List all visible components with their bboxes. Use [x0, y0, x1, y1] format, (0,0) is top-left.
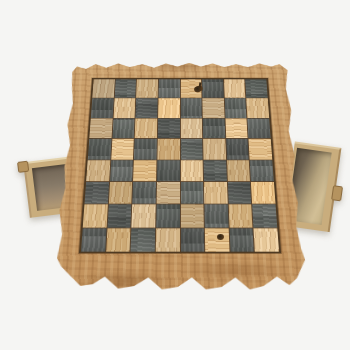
square-g5[interactable]	[226, 139, 249, 159]
square-b3[interactable]	[108, 182, 132, 204]
square-d2[interactable]	[156, 205, 179, 228]
square-h8[interactable]	[246, 79, 268, 98]
square-e2[interactable]	[180, 205, 203, 228]
square-d6[interactable]	[158, 118, 180, 138]
square-d8[interactable]	[158, 79, 179, 98]
square-a5[interactable]	[88, 139, 111, 159]
square-d4[interactable]	[157, 160, 180, 181]
square-c3[interactable]	[132, 182, 155, 204]
square-h6[interactable]	[248, 118, 271, 138]
square-e4[interactable]	[180, 160, 203, 181]
square-b7[interactable]	[113, 99, 135, 118]
square-b5[interactable]	[111, 139, 134, 159]
square-a7[interactable]	[91, 99, 114, 118]
square-e5[interactable]	[180, 139, 202, 159]
wood-knot	[217, 234, 224, 240]
square-b2[interactable]	[107, 205, 131, 228]
square-f1[interactable]	[205, 228, 229, 252]
square-b1[interactable]	[106, 228, 131, 252]
square-b4[interactable]	[110, 160, 133, 181]
chess-board-grid	[79, 78, 281, 253]
square-e7[interactable]	[180, 99, 202, 118]
square-a8[interactable]	[92, 79, 114, 98]
square-a2[interactable]	[83, 205, 108, 228]
square-h2[interactable]	[252, 205, 277, 228]
square-g2[interactable]	[228, 205, 252, 228]
chess-board	[52, 61, 308, 292]
square-d7[interactable]	[158, 99, 180, 118]
square-f6[interactable]	[203, 118, 225, 138]
square-f8[interactable]	[202, 79, 224, 98]
square-h4[interactable]	[250, 160, 274, 181]
square-h7[interactable]	[247, 99, 270, 118]
square-h3[interactable]	[251, 182, 275, 204]
square-g3[interactable]	[228, 182, 252, 204]
square-d5[interactable]	[157, 139, 179, 159]
square-g8[interactable]	[224, 79, 246, 98]
square-e3[interactable]	[180, 182, 203, 204]
square-g6[interactable]	[225, 118, 248, 138]
square-a1[interactable]	[81, 228, 106, 252]
square-f3[interactable]	[204, 182, 227, 204]
square-c4[interactable]	[133, 160, 156, 181]
square-c1[interactable]	[131, 228, 155, 252]
square-b8[interactable]	[114, 79, 136, 98]
square-g4[interactable]	[227, 160, 250, 181]
left-drawer-knob-icon[interactable]	[17, 161, 29, 173]
square-f2[interactable]	[204, 205, 228, 228]
square-g7[interactable]	[225, 99, 247, 118]
square-a3[interactable]	[84, 182, 108, 204]
square-b6[interactable]	[112, 118, 135, 138]
right-drawer-knob-icon[interactable]	[331, 185, 343, 201]
square-h5[interactable]	[249, 139, 272, 159]
square-c5[interactable]	[134, 139, 157, 159]
square-f5[interactable]	[203, 139, 226, 159]
square-d3[interactable]	[156, 182, 179, 204]
square-h1[interactable]	[254, 228, 279, 252]
square-e1[interactable]	[180, 228, 204, 252]
square-g1[interactable]	[229, 228, 254, 252]
square-c8[interactable]	[136, 79, 158, 98]
square-c2[interactable]	[132, 205, 156, 228]
square-c7[interactable]	[136, 99, 158, 118]
square-c6[interactable]	[135, 118, 157, 138]
square-a6[interactable]	[89, 118, 112, 138]
square-a4[interactable]	[86, 160, 110, 181]
square-f7[interactable]	[202, 99, 224, 118]
product-photo	[0, 0, 350, 350]
square-e6[interactable]	[180, 118, 202, 138]
square-f4[interactable]	[204, 160, 227, 181]
square-d1[interactable]	[156, 228, 180, 252]
